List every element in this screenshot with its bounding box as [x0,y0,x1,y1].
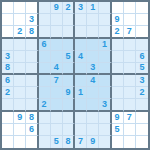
sudoku-cell-r2c4[interactable] [39,14,51,26]
given-digit: 1 [102,40,107,49]
given-digit: 2 [42,100,47,109]
sudoku-cell-r1c5[interactable]: 9 [51,2,63,14]
sudoku-cell-r11c5[interactable] [51,124,63,136]
sudoku-cell-r2c12[interactable] [136,14,148,26]
given-digit: 4 [90,76,95,85]
sudoku-cell-r7c1[interactable]: 6 [2,75,14,87]
sudoku-cell-r12c2[interactable] [14,136,26,148]
given-digit: 3 [78,3,83,12]
sudoku-cell-r12c11[interactable] [124,136,136,148]
given-digit: 9 [65,88,70,97]
sudoku-cell-r2c5[interactable] [51,14,63,26]
given-digit: 1 [90,3,95,12]
given-digit: 5 [139,63,144,72]
sudoku-cell-r7c8[interactable]: 4 [87,75,99,87]
sudoku-cell-r8c6[interactable]: 9 [63,87,75,99]
sudoku-cell-r4c5[interactable] [51,39,63,51]
sudoku-cell-r10c4[interactable] [39,112,51,124]
sudoku-cell-r10c2[interactable]: 9 [14,112,26,124]
sudoku-cell-r8c8[interactable] [87,87,99,99]
given-digit: 9 [115,113,120,122]
sudoku-cell-r9c10[interactable] [112,99,124,111]
sudoku-cell-r12c10[interactable] [112,136,124,148]
sudoku-cell-r3c4[interactable] [39,26,51,38]
sudoku-cell-r8c1[interactable]: 2 [2,87,14,99]
sudoku-cell-r10c7[interactable] [75,112,87,124]
sudoku-cell-r9c2[interactable] [14,99,26,111]
page: 9231392827613546843567432912239897655879 [0,0,150,150]
sudoku-cell-r4c10[interactable] [112,39,124,51]
sudoku-cell-r5c2[interactable] [14,51,26,63]
sudoku-cell-r8c9[interactable] [99,87,111,99]
sudoku-cell-r3c1[interactable] [2,26,14,38]
given-digit: 9 [115,15,120,24]
given-digit: 2 [65,3,70,12]
given-digit: 3 [90,63,95,72]
sudoku-cell-r5c4[interactable] [39,51,51,63]
sudoku-cell-r7c9[interactable] [99,75,111,87]
sudoku-cell-r10c11[interactable]: 7 [124,112,136,124]
sudoku-cell-r9c4[interactable]: 2 [39,99,51,111]
sudoku-cell-r3c5[interactable] [51,26,63,38]
sudoku-cell-r8c12[interactable]: 2 [136,87,148,99]
sudoku-cell-r12c12[interactable] [136,136,148,148]
given-digit: 8 [5,63,10,72]
sudoku-cell-r10c9[interactable] [99,112,111,124]
sudoku-cell-r11c7[interactable] [75,124,87,136]
sudoku-cell-r9c6[interactable] [63,99,75,111]
sudoku-cell-r5c11[interactable] [124,51,136,63]
sudoku-cell-r6c5[interactable]: 4 [51,63,63,75]
sudoku-cell-r2c8[interactable] [87,14,99,26]
sudoku-cell-r3c7[interactable] [75,26,87,38]
sudoku-cell-r12c8[interactable]: 9 [87,136,99,148]
sudoku-cell-r5c10[interactable] [112,51,124,63]
sudoku-cell-r12c6[interactable]: 8 [63,136,75,148]
sudoku-cell-r3c2[interactable]: 2 [14,26,26,38]
given-digit: 3 [29,15,34,24]
given-digit: 1 [78,88,83,97]
sudoku-cell-r9c3[interactable] [26,99,38,111]
sudoku-cell-r6c9[interactable] [99,63,111,75]
sudoku-cell-r5c8[interactable] [87,51,99,63]
sudoku-cell-r11c10[interactable]: 5 [112,124,124,136]
sudoku-cell-r7c11[interactable] [124,75,136,87]
sudoku-cell-r4c12[interactable] [136,39,148,51]
given-digit: 9 [17,113,22,122]
sudoku-cell-r12c5[interactable]: 5 [51,136,63,148]
sudoku-board: 9231392827613546843567432912239897655879 [0,0,150,150]
sudoku-cell-r1c10[interactable] [112,2,124,14]
sudoku-cell-r7c5[interactable]: 7 [51,75,63,87]
sudoku-cell-r2c2[interactable] [14,14,26,26]
sudoku-cell-r9c8[interactable] [87,99,99,111]
sudoku-cell-r3c6[interactable] [63,26,75,38]
sudoku-cell-r4c8[interactable] [87,39,99,51]
sudoku-cell-r6c6[interactable] [63,63,75,75]
given-digit: 6 [5,76,10,85]
given-digit: 7 [54,76,59,85]
sudoku-cell-r4c4[interactable]: 6 [39,39,51,51]
sudoku-cell-r8c3[interactable] [26,87,38,99]
sudoku-cell-r3c11[interactable]: 7 [124,26,136,38]
sudoku-cell-r2c10[interactable]: 9 [112,14,124,26]
sudoku-cell-r11c12[interactable] [136,124,148,136]
sudoku-cell-r12c9[interactable] [99,136,111,148]
sudoku-cell-r1c8[interactable]: 1 [87,2,99,14]
given-digit: 6 [29,125,34,134]
sudoku-cell-r4c6[interactable] [63,39,75,51]
given-digit: 5 [54,137,59,146]
sudoku-cell-r4c3[interactable] [26,39,38,51]
given-digit: 2 [139,88,144,97]
given-digit: 9 [54,3,59,12]
sudoku-cell-r5c3[interactable] [26,51,38,63]
given-digit: 5 [115,125,120,134]
sudoku-cell-r9c11[interactable] [124,99,136,111]
sudoku-cell-r5c7[interactable]: 4 [75,51,87,63]
given-digit: 7 [127,113,132,122]
sudoku-cell-r9c7[interactable] [75,99,87,111]
sudoku-cell-r4c1[interactable] [2,39,14,51]
sudoku-cell-r8c2[interactable] [14,87,26,99]
sudoku-cell-r7c7[interactable] [75,75,87,87]
sudoku-cell-r9c12[interactable] [136,99,148,111]
given-digit: 2 [115,27,120,36]
given-digit: 7 [78,137,83,146]
sudoku-cell-r1c11[interactable] [124,2,136,14]
sudoku-cell-r11c4[interactable] [39,124,51,136]
sudoku-cell-r7c6[interactable] [63,75,75,87]
sudoku-cell-r11c11[interactable] [124,124,136,136]
sudoku-cell-r6c1[interactable]: 8 [2,63,14,75]
sudoku-cell-r12c4[interactable] [39,136,51,148]
sudoku-cell-r11c9[interactable] [99,124,111,136]
sudoku-cell-r6c8[interactable]: 3 [87,63,99,75]
sudoku-cell-r12c1[interactable] [2,136,14,148]
sudoku-cell-r8c11[interactable] [124,87,136,99]
sudoku-cell-r1c4[interactable] [39,2,51,14]
given-digit: 6 [139,52,144,61]
sudoku-cell-r3c3[interactable]: 8 [26,26,38,38]
given-digit: 4 [54,63,59,72]
sudoku-cell-r7c4[interactable] [39,75,51,87]
sudoku-cell-r11c1[interactable] [2,124,14,136]
given-digit: 8 [29,113,34,122]
given-digit: 3 [5,52,10,61]
sudoku-cell-r7c12[interactable]: 3 [136,75,148,87]
sudoku-cell-r1c6[interactable]: 2 [63,2,75,14]
given-digit: 7 [127,27,132,36]
sudoku-cell-r8c4[interactable] [39,87,51,99]
sudoku-cell-r5c9[interactable] [99,51,111,63]
sudoku-cell-r3c10[interactable]: 2 [112,26,124,38]
sudoku-cell-r6c3[interactable] [26,63,38,75]
sudoku-cell-r10c8[interactable] [87,112,99,124]
sudoku-cell-r4c7[interactable] [75,39,87,51]
sudoku-cell-r10c3[interactable]: 8 [26,112,38,124]
sudoku-cell-r1c12[interactable] [136,2,148,14]
sudoku-cell-r6c12[interactable]: 5 [136,63,148,75]
sudoku-cell-r1c2[interactable] [14,2,26,14]
given-digit: 9 [90,137,95,146]
sudoku-cell-r3c9[interactable] [99,26,111,38]
sudoku-cell-r3c12[interactable] [136,26,148,38]
sudoku-cell-r10c5[interactable] [51,112,63,124]
sudoku-cell-r11c3[interactable]: 6 [26,124,38,136]
sudoku-cell-r6c11[interactable] [124,63,136,75]
sudoku-cell-r6c7[interactable] [75,63,87,75]
sudoku-cell-r5c5[interactable] [51,51,63,63]
sudoku-cell-r4c2[interactable] [14,39,26,51]
sudoku-cell-r2c11[interactable] [124,14,136,26]
given-digit: 5 [65,52,70,61]
sudoku-cell-r4c11[interactable] [124,39,136,51]
given-digit: 2 [17,27,22,36]
sudoku-cell-r1c3[interactable] [26,2,38,14]
sudoku-cell-r9c1[interactable] [2,99,14,111]
sudoku-cell-r2c1[interactable] [2,14,14,26]
sudoku-cell-r2c3[interactable]: 3 [26,14,38,26]
given-digit: 8 [65,137,70,146]
sudoku-cell-r2c6[interactable] [63,14,75,26]
given-digit: 3 [102,100,107,109]
sudoku-cell-r7c3[interactable] [26,75,38,87]
sudoku-cell-r5c1[interactable]: 3 [2,51,14,63]
sudoku-cell-r1c9[interactable] [99,2,111,14]
sudoku-cell-r11c6[interactable] [63,124,75,136]
given-digit: 2 [5,88,10,97]
sudoku-cell-r12c7[interactable]: 7 [75,136,87,148]
sudoku-cell-r8c5[interactable] [51,87,63,99]
given-digit: 8 [29,27,34,36]
sudoku-cell-r8c10[interactable] [112,87,124,99]
sudoku-cell-r6c10[interactable] [112,63,124,75]
sudoku-cell-r6c4[interactable] [39,63,51,75]
sudoku-cell-r2c7[interactable] [75,14,87,26]
sudoku-cell-r10c6[interactable] [63,112,75,124]
sudoku-cell-r11c8[interactable] [87,124,99,136]
given-digit: 3 [139,76,144,85]
sudoku-cell-r1c7[interactable]: 3 [75,2,87,14]
sudoku-cell-r11c2[interactable] [14,124,26,136]
sudoku-cell-r3c8[interactable] [87,26,99,38]
sudoku-cell-r10c10[interactable]: 9 [112,112,124,124]
sudoku-cell-r2c9[interactable] [99,14,111,26]
sudoku-cell-r7c10[interactable] [112,75,124,87]
sudoku-cell-r10c12[interactable] [136,112,148,124]
sudoku-cell-r10c1[interactable] [2,112,14,124]
sudoku-cell-r9c5[interactable] [51,99,63,111]
sudoku-cell-r7c2[interactable] [14,75,26,87]
sudoku-cell-r4c9[interactable]: 1 [99,39,111,51]
sudoku-cell-r6c2[interactable] [14,63,26,75]
given-digit: 6 [42,40,47,49]
sudoku-cell-r1c1[interactable] [2,2,14,14]
sudoku-cell-r12c3[interactable] [26,136,38,148]
sudoku-cell-r8c7[interactable]: 1 [75,87,87,99]
sudoku-cell-r5c12[interactable]: 6 [136,51,148,63]
sudoku-cell-r9c9[interactable]: 3 [99,99,111,111]
sudoku-cell-r5c6[interactable]: 5 [63,51,75,63]
given-digit: 4 [78,52,83,61]
